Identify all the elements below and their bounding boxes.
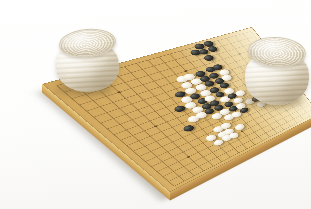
go-stone-bowl-left (56, 29, 119, 92)
go-stone-bowl-right (245, 37, 309, 105)
go-scene (0, 0, 311, 209)
